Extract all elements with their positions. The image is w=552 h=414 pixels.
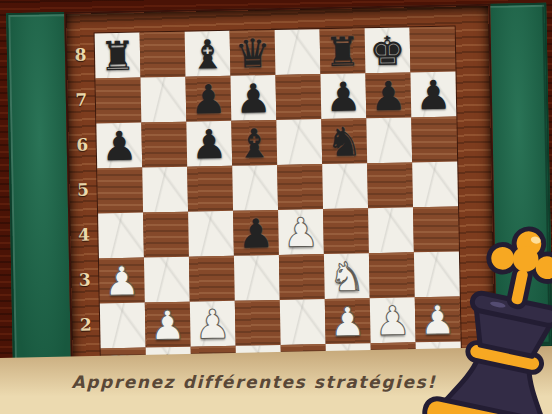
white-pawn-g2[interactable]: ♟ xyxy=(370,297,416,343)
white-pawn-e4[interactable]: ♟ xyxy=(278,209,324,255)
square-d3[interactable] xyxy=(234,255,280,301)
square-e5[interactable] xyxy=(277,164,323,210)
square-e4[interactable]: ♟ xyxy=(278,209,324,255)
square-a8[interactable]: ♜ xyxy=(95,33,141,79)
square-a2[interactable] xyxy=(100,303,146,349)
square-g6[interactable] xyxy=(366,117,412,163)
square-d8[interactable]: ♛ xyxy=(230,30,276,76)
black-pawn-c6[interactable]: ♟ xyxy=(186,121,232,167)
black-pawn-d4[interactable]: ♟ xyxy=(233,210,279,256)
black-bishop-d6[interactable]: ♝ xyxy=(231,120,277,166)
square-b4[interactable] xyxy=(143,212,189,258)
square-b7[interactable] xyxy=(140,77,186,123)
square-c8[interactable]: ♝ xyxy=(185,31,231,77)
black-pawn-c7[interactable]: ♟ xyxy=(185,76,231,122)
square-b8[interactable] xyxy=(140,32,186,78)
square-f2[interactable]: ♟ xyxy=(325,298,371,344)
square-b5[interactable] xyxy=(142,167,188,213)
square-g7[interactable]: ♟ xyxy=(365,72,411,118)
black-pawn-d7[interactable]: ♟ xyxy=(230,75,276,121)
square-g3[interactable] xyxy=(369,252,415,298)
square-h7[interactable]: ♟ xyxy=(410,72,456,118)
square-f5[interactable] xyxy=(322,163,368,209)
square-f8[interactable]: ♜ xyxy=(320,28,366,74)
square-c5[interactable] xyxy=(187,166,233,212)
rank-label-4: 4 xyxy=(70,212,98,258)
square-b3[interactable] xyxy=(144,257,190,303)
square-g8[interactable]: ♚ xyxy=(365,27,411,73)
black-knight-f6[interactable]: ♞ xyxy=(321,118,367,164)
square-a4[interactable] xyxy=(98,213,144,259)
square-a6[interactable]: ♟ xyxy=(96,123,142,169)
square-b6[interactable] xyxy=(141,122,187,168)
rank-label-6: 6 xyxy=(68,122,96,168)
square-d2[interactable] xyxy=(235,300,281,346)
square-f6[interactable]: ♞ xyxy=(321,118,367,164)
square-f7[interactable]: ♟ xyxy=(320,73,366,119)
square-d6[interactable]: ♝ xyxy=(231,120,277,166)
black-queen-d8[interactable]: ♛ xyxy=(230,30,276,76)
square-g4[interactable] xyxy=(368,207,414,253)
square-c4[interactable] xyxy=(188,211,234,257)
square-h8[interactable] xyxy=(410,27,456,73)
square-c3[interactable] xyxy=(189,256,235,302)
black-king-g8[interactable]: ♚ xyxy=(365,27,411,73)
square-d7[interactable]: ♟ xyxy=(230,75,276,121)
square-c6[interactable]: ♟ xyxy=(186,121,232,167)
chess-board: ♜♝♛♜♚♟♟♟♟♟♟♟♝♞♟♟♟♞♟♟♟♟♟♜♞♝♛♚♜ xyxy=(94,26,463,395)
square-e3[interactable] xyxy=(279,254,325,300)
rank-label-7: 7 xyxy=(67,77,95,123)
square-a7[interactable] xyxy=(95,78,141,124)
square-g5[interactable] xyxy=(367,162,413,208)
white-pawn-a3[interactable]: ♟ xyxy=(99,258,145,304)
rank-label-5: 5 xyxy=(69,167,97,213)
square-d5[interactable] xyxy=(232,165,278,211)
square-a5[interactable] xyxy=(97,168,143,214)
king-mascot-illustration xyxy=(422,215,552,414)
square-e8[interactable] xyxy=(275,29,321,75)
black-pawn-g7[interactable]: ♟ xyxy=(365,72,411,118)
rank-label-3: 3 xyxy=(71,257,99,303)
square-h6[interactable] xyxy=(411,117,457,163)
square-f3[interactable]: ♞ xyxy=(324,253,370,299)
black-pawn-a6[interactable]: ♟ xyxy=(96,123,142,169)
promo-caption: Apprenez différentes stratégies! xyxy=(16,372,492,392)
square-a3[interactable]: ♟ xyxy=(99,258,145,304)
black-pawn-f7[interactable]: ♟ xyxy=(320,73,366,119)
black-rook-f8[interactable]: ♜ xyxy=(320,28,366,74)
square-e7[interactable] xyxy=(275,74,321,120)
square-c2[interactable]: ♟ xyxy=(190,301,236,347)
app-screenshot: 87654321 ♜♝♛♜♚♟♟♟♟♟♟♟♝♞♟♟♟♞♟♟♟♟♟♜♞♝♛♚♜ A… xyxy=(0,0,552,414)
square-f4[interactable] xyxy=(323,208,369,254)
black-pawn-h7[interactable]: ♟ xyxy=(410,72,456,118)
square-e6[interactable] xyxy=(276,119,322,165)
white-pawn-f2[interactable]: ♟ xyxy=(325,298,371,344)
square-g2[interactable]: ♟ xyxy=(370,297,416,343)
rank-label-8: 8 xyxy=(67,32,95,78)
black-rook-a8[interactable]: ♜ xyxy=(95,33,141,79)
square-e2[interactable] xyxy=(280,299,326,345)
rank-label-2: 2 xyxy=(72,302,100,348)
white-knight-f3[interactable]: ♞ xyxy=(324,253,370,299)
white-pawn-b2[interactable]: ♟ xyxy=(145,302,191,348)
black-bishop-c8[interactable]: ♝ xyxy=(185,31,231,77)
square-h5[interactable] xyxy=(412,162,458,208)
white-pawn-c2[interactable]: ♟ xyxy=(190,301,236,347)
square-b2[interactable]: ♟ xyxy=(145,302,191,348)
square-c7[interactable]: ♟ xyxy=(185,76,231,122)
square-d4[interactable]: ♟ xyxy=(233,210,279,256)
